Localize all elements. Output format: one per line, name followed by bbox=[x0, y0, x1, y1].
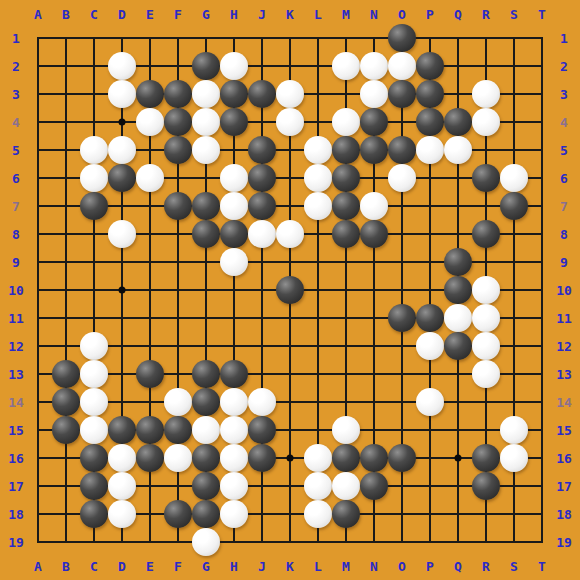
row-label-left-1: 1 bbox=[12, 32, 20, 45]
black-stone-R16 bbox=[472, 444, 500, 472]
row-label-right-6: 6 bbox=[560, 172, 568, 185]
column-label-bottom-S: S bbox=[510, 560, 518, 573]
white-stone-D16 bbox=[108, 444, 136, 472]
grid-line-horizontal bbox=[37, 541, 543, 543]
column-label-bottom-O: O bbox=[398, 560, 406, 573]
black-stone-Q4 bbox=[444, 108, 472, 136]
column-label-top-R: R bbox=[482, 8, 490, 21]
row-label-right-8: 8 bbox=[560, 228, 568, 241]
black-stone-R8 bbox=[472, 220, 500, 248]
white-stone-J8 bbox=[248, 220, 276, 248]
black-stone-N5 bbox=[360, 136, 388, 164]
column-label-top-B: B bbox=[62, 8, 70, 21]
star-point-K16 bbox=[287, 455, 294, 462]
black-stone-H13 bbox=[220, 360, 248, 388]
column-label-top-G: G bbox=[202, 8, 210, 21]
black-stone-C18 bbox=[80, 500, 108, 528]
row-label-left-16: 16 bbox=[8, 452, 24, 465]
black-stone-Q9 bbox=[444, 248, 472, 276]
black-stone-F15 bbox=[164, 416, 192, 444]
black-stone-G8 bbox=[192, 220, 220, 248]
white-stone-N2 bbox=[360, 52, 388, 80]
row-label-left-3: 3 bbox=[12, 88, 20, 101]
black-stone-J16 bbox=[248, 444, 276, 472]
row-label-right-16: 16 bbox=[556, 452, 572, 465]
white-stone-P14 bbox=[416, 388, 444, 416]
white-stone-Q5 bbox=[444, 136, 472, 164]
row-label-left-12: 12 bbox=[8, 340, 24, 353]
star-point-Q16 bbox=[455, 455, 462, 462]
row-label-right-15: 15 bbox=[556, 424, 572, 437]
white-stone-D17 bbox=[108, 472, 136, 500]
star-point-D4 bbox=[119, 119, 126, 126]
column-label-top-A: A bbox=[34, 8, 42, 21]
black-stone-O11 bbox=[388, 304, 416, 332]
black-stone-H3 bbox=[220, 80, 248, 108]
black-stone-P2 bbox=[416, 52, 444, 80]
black-stone-J7 bbox=[248, 192, 276, 220]
row-label-right-17: 17 bbox=[556, 480, 572, 493]
column-label-top-P: P bbox=[426, 8, 434, 21]
white-stone-F14 bbox=[164, 388, 192, 416]
white-stone-E6 bbox=[136, 164, 164, 192]
white-stone-K8 bbox=[276, 220, 304, 248]
column-label-bottom-A: A bbox=[34, 560, 42, 573]
row-label-left-4: 4 bbox=[12, 116, 20, 129]
column-label-top-L: L bbox=[314, 8, 322, 21]
black-stone-M7 bbox=[332, 192, 360, 220]
row-label-left-8: 8 bbox=[12, 228, 20, 241]
white-stone-C12 bbox=[80, 332, 108, 360]
white-stone-L16 bbox=[304, 444, 332, 472]
white-stone-C6 bbox=[80, 164, 108, 192]
black-stone-N4 bbox=[360, 108, 388, 136]
white-stone-H6 bbox=[220, 164, 248, 192]
column-label-bottom-N: N bbox=[370, 560, 378, 573]
white-stone-C13 bbox=[80, 360, 108, 388]
column-label-bottom-P: P bbox=[426, 560, 434, 573]
black-stone-N8 bbox=[360, 220, 388, 248]
black-stone-B15 bbox=[52, 416, 80, 444]
black-stone-D6 bbox=[108, 164, 136, 192]
white-stone-C14 bbox=[80, 388, 108, 416]
column-label-bottom-K: K bbox=[286, 560, 294, 573]
black-stone-P4 bbox=[416, 108, 444, 136]
black-stone-F7 bbox=[164, 192, 192, 220]
black-stone-M18 bbox=[332, 500, 360, 528]
column-label-top-K: K bbox=[286, 8, 294, 21]
row-label-left-6: 6 bbox=[12, 172, 20, 185]
column-label-top-D: D bbox=[118, 8, 126, 21]
white-stone-R4 bbox=[472, 108, 500, 136]
black-stone-O3 bbox=[388, 80, 416, 108]
white-stone-M17 bbox=[332, 472, 360, 500]
white-stone-L18 bbox=[304, 500, 332, 528]
row-label-right-1: 1 bbox=[560, 32, 568, 45]
black-stone-J6 bbox=[248, 164, 276, 192]
column-label-bottom-G: G bbox=[202, 560, 210, 573]
column-label-top-F: F bbox=[174, 8, 182, 21]
column-label-top-M: M bbox=[342, 8, 350, 21]
black-stone-G14 bbox=[192, 388, 220, 416]
white-stone-C5 bbox=[80, 136, 108, 164]
row-label-left-15: 15 bbox=[8, 424, 24, 437]
white-stone-Q11 bbox=[444, 304, 472, 332]
white-stone-M4 bbox=[332, 108, 360, 136]
black-stone-G7 bbox=[192, 192, 220, 220]
grid-line-horizontal bbox=[37, 401, 543, 403]
black-stone-M8 bbox=[332, 220, 360, 248]
row-label-right-9: 9 bbox=[560, 256, 568, 269]
white-stone-M15 bbox=[332, 416, 360, 444]
white-stone-R10 bbox=[472, 276, 500, 304]
column-label-bottom-J: J bbox=[258, 560, 266, 573]
column-label-bottom-Q: Q bbox=[454, 560, 462, 573]
white-stone-G3 bbox=[192, 80, 220, 108]
go-board[interactable]: AABBCCDDEEFFGGHHJJKKLLMMNNOOPPQQRRSSTT11… bbox=[0, 0, 580, 580]
black-stone-R6 bbox=[472, 164, 500, 192]
row-label-right-4: 4 bbox=[560, 116, 568, 129]
black-stone-O1 bbox=[388, 24, 416, 52]
black-stone-G17 bbox=[192, 472, 220, 500]
black-stone-G2 bbox=[192, 52, 220, 80]
black-stone-G16 bbox=[192, 444, 220, 472]
white-stone-L5 bbox=[304, 136, 332, 164]
white-stone-L7 bbox=[304, 192, 332, 220]
row-label-right-3: 3 bbox=[560, 88, 568, 101]
white-stone-F16 bbox=[164, 444, 192, 472]
black-stone-M16 bbox=[332, 444, 360, 472]
white-stone-G4 bbox=[192, 108, 220, 136]
black-stone-O5 bbox=[388, 136, 416, 164]
white-stone-D8 bbox=[108, 220, 136, 248]
black-stone-D15 bbox=[108, 416, 136, 444]
column-label-bottom-D: D bbox=[118, 560, 126, 573]
column-label-bottom-F: F bbox=[174, 560, 182, 573]
white-stone-S15 bbox=[500, 416, 528, 444]
row-label-right-12: 12 bbox=[556, 340, 572, 353]
column-label-bottom-M: M bbox=[342, 560, 350, 573]
column-label-bottom-B: B bbox=[62, 560, 70, 573]
white-stone-H2 bbox=[220, 52, 248, 80]
row-label-left-13: 13 bbox=[8, 368, 24, 381]
row-label-right-10: 10 bbox=[556, 284, 572, 297]
white-stone-H16 bbox=[220, 444, 248, 472]
white-stone-L17 bbox=[304, 472, 332, 500]
black-stone-E13 bbox=[136, 360, 164, 388]
row-label-right-7: 7 bbox=[560, 200, 568, 213]
white-stone-H7 bbox=[220, 192, 248, 220]
row-label-right-19: 19 bbox=[556, 536, 572, 549]
black-stone-B13 bbox=[52, 360, 80, 388]
row-label-left-5: 5 bbox=[12, 144, 20, 157]
star-point-D10 bbox=[119, 287, 126, 294]
column-label-top-T: T bbox=[538, 8, 546, 21]
black-stone-F5 bbox=[164, 136, 192, 164]
black-stone-N16 bbox=[360, 444, 388, 472]
column-label-bottom-T: T bbox=[538, 560, 546, 573]
column-label-top-O: O bbox=[398, 8, 406, 21]
white-stone-R11 bbox=[472, 304, 500, 332]
row-label-left-11: 11 bbox=[8, 312, 24, 325]
white-stone-H15 bbox=[220, 416, 248, 444]
row-label-right-14: 14 bbox=[556, 396, 572, 409]
black-stone-C7 bbox=[80, 192, 108, 220]
white-stone-J14 bbox=[248, 388, 276, 416]
white-stone-R3 bbox=[472, 80, 500, 108]
white-stone-G5 bbox=[192, 136, 220, 164]
black-stone-C16 bbox=[80, 444, 108, 472]
white-stone-L6 bbox=[304, 164, 332, 192]
black-stone-F18 bbox=[164, 500, 192, 528]
row-label-right-2: 2 bbox=[560, 60, 568, 73]
white-stone-R13 bbox=[472, 360, 500, 388]
column-label-bottom-E: E bbox=[146, 560, 154, 573]
row-label-right-13: 13 bbox=[556, 368, 572, 381]
white-stone-P5 bbox=[416, 136, 444, 164]
white-stone-S16 bbox=[500, 444, 528, 472]
column-label-top-S: S bbox=[510, 8, 518, 21]
black-stone-J15 bbox=[248, 416, 276, 444]
black-stone-F4 bbox=[164, 108, 192, 136]
white-stone-H14 bbox=[220, 388, 248, 416]
column-label-bottom-C: C bbox=[90, 560, 98, 573]
white-stone-H18 bbox=[220, 500, 248, 528]
row-label-right-11: 11 bbox=[556, 312, 572, 325]
black-stone-Q10 bbox=[444, 276, 472, 304]
white-stone-H17 bbox=[220, 472, 248, 500]
white-stone-O6 bbox=[388, 164, 416, 192]
black-stone-E3 bbox=[136, 80, 164, 108]
row-label-right-5: 5 bbox=[560, 144, 568, 157]
white-stone-E4 bbox=[136, 108, 164, 136]
white-stone-O2 bbox=[388, 52, 416, 80]
white-stone-D18 bbox=[108, 500, 136, 528]
row-label-left-19: 19 bbox=[8, 536, 24, 549]
white-stone-P12 bbox=[416, 332, 444, 360]
black-stone-H8 bbox=[220, 220, 248, 248]
white-stone-K3 bbox=[276, 80, 304, 108]
column-label-top-C: C bbox=[90, 8, 98, 21]
black-stone-M6 bbox=[332, 164, 360, 192]
column-label-top-H: H bbox=[230, 8, 238, 21]
white-stone-G19 bbox=[192, 528, 220, 556]
grid-line-horizontal bbox=[37, 373, 543, 375]
black-stone-C17 bbox=[80, 472, 108, 500]
row-label-left-18: 18 bbox=[8, 508, 24, 521]
black-stone-K10 bbox=[276, 276, 304, 304]
black-stone-E15 bbox=[136, 416, 164, 444]
black-stone-N17 bbox=[360, 472, 388, 500]
black-stone-S7 bbox=[500, 192, 528, 220]
black-stone-R17 bbox=[472, 472, 500, 500]
white-stone-G15 bbox=[192, 416, 220, 444]
white-stone-D5 bbox=[108, 136, 136, 164]
white-stone-C15 bbox=[80, 416, 108, 444]
column-label-top-E: E bbox=[146, 8, 154, 21]
row-label-left-14: 14 bbox=[8, 396, 24, 409]
black-stone-P3 bbox=[416, 80, 444, 108]
black-stone-F3 bbox=[164, 80, 192, 108]
black-stone-J3 bbox=[248, 80, 276, 108]
grid-line-vertical bbox=[541, 37, 543, 543]
row-label-left-2: 2 bbox=[12, 60, 20, 73]
white-stone-D2 bbox=[108, 52, 136, 80]
black-stone-H4 bbox=[220, 108, 248, 136]
row-label-left-10: 10 bbox=[8, 284, 24, 297]
black-stone-P11 bbox=[416, 304, 444, 332]
column-label-bottom-H: H bbox=[230, 560, 238, 573]
row-label-left-7: 7 bbox=[12, 200, 20, 213]
white-stone-N7 bbox=[360, 192, 388, 220]
column-label-top-N: N bbox=[370, 8, 378, 21]
black-stone-O16 bbox=[388, 444, 416, 472]
column-label-top-Q: Q bbox=[454, 8, 462, 21]
row-label-left-9: 9 bbox=[12, 256, 20, 269]
black-stone-Q12 bbox=[444, 332, 472, 360]
white-stone-M2 bbox=[332, 52, 360, 80]
black-stone-E16 bbox=[136, 444, 164, 472]
white-stone-D3 bbox=[108, 80, 136, 108]
white-stone-K4 bbox=[276, 108, 304, 136]
column-label-bottom-R: R bbox=[482, 560, 490, 573]
row-label-right-18: 18 bbox=[556, 508, 572, 521]
black-stone-G18 bbox=[192, 500, 220, 528]
white-stone-R12 bbox=[472, 332, 500, 360]
row-label-left-17: 17 bbox=[8, 480, 24, 493]
black-stone-J5 bbox=[248, 136, 276, 164]
black-stone-M5 bbox=[332, 136, 360, 164]
white-stone-S6 bbox=[500, 164, 528, 192]
column-label-bottom-L: L bbox=[314, 560, 322, 573]
black-stone-B14 bbox=[52, 388, 80, 416]
white-stone-H9 bbox=[220, 248, 248, 276]
column-label-top-J: J bbox=[258, 8, 266, 21]
white-stone-N3 bbox=[360, 80, 388, 108]
black-stone-G13 bbox=[192, 360, 220, 388]
